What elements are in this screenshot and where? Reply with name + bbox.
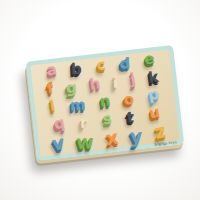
letter-block-m[interactable]: m <box>69 98 85 114</box>
letter-block-x[interactable]: x <box>105 128 120 149</box>
letter-block-d[interactable]: d <box>119 56 130 71</box>
letter-block-l[interactable]: l <box>49 99 57 115</box>
letter-block-b[interactable]: b <box>71 61 82 76</box>
letter-block-n[interactable]: n <box>98 93 111 109</box>
letter-block-c[interactable]: c <box>95 57 106 73</box>
letter-block-v[interactable]: v <box>50 132 66 153</box>
letter-block-k[interactable]: k <box>148 70 160 86</box>
product-photo-background: a b c d e f g h i j k l m n o p <box>0 0 200 200</box>
letter-block-h[interactable]: h <box>88 76 101 92</box>
letter-block-i[interactable]: i <box>113 75 119 90</box>
letter-block-w[interactable]: w <box>76 132 94 152</box>
letter-block-r[interactable]: r <box>80 116 88 131</box>
letter-block-p[interactable]: p <box>147 87 161 104</box>
letter-block-t[interactable]: t <box>127 110 135 125</box>
letter-grid: a b c d e f g h i j k l m n o p <box>31 48 179 155</box>
letter-block-j[interactable]: j <box>129 71 137 87</box>
letter-block-e[interactable]: e <box>143 50 156 67</box>
letter-block-a[interactable]: a <box>45 62 58 79</box>
letter-block-z[interactable]: z <box>153 121 168 142</box>
puzzle-board: a b c d e f g h i j k l m n o p <box>26 45 184 161</box>
letter-block-g[interactable]: g <box>66 80 77 95</box>
letter-block-y[interactable]: y <box>130 126 143 146</box>
letter-block-o[interactable]: o <box>124 92 135 107</box>
letter-block-f[interactable]: f <box>45 81 54 97</box>
